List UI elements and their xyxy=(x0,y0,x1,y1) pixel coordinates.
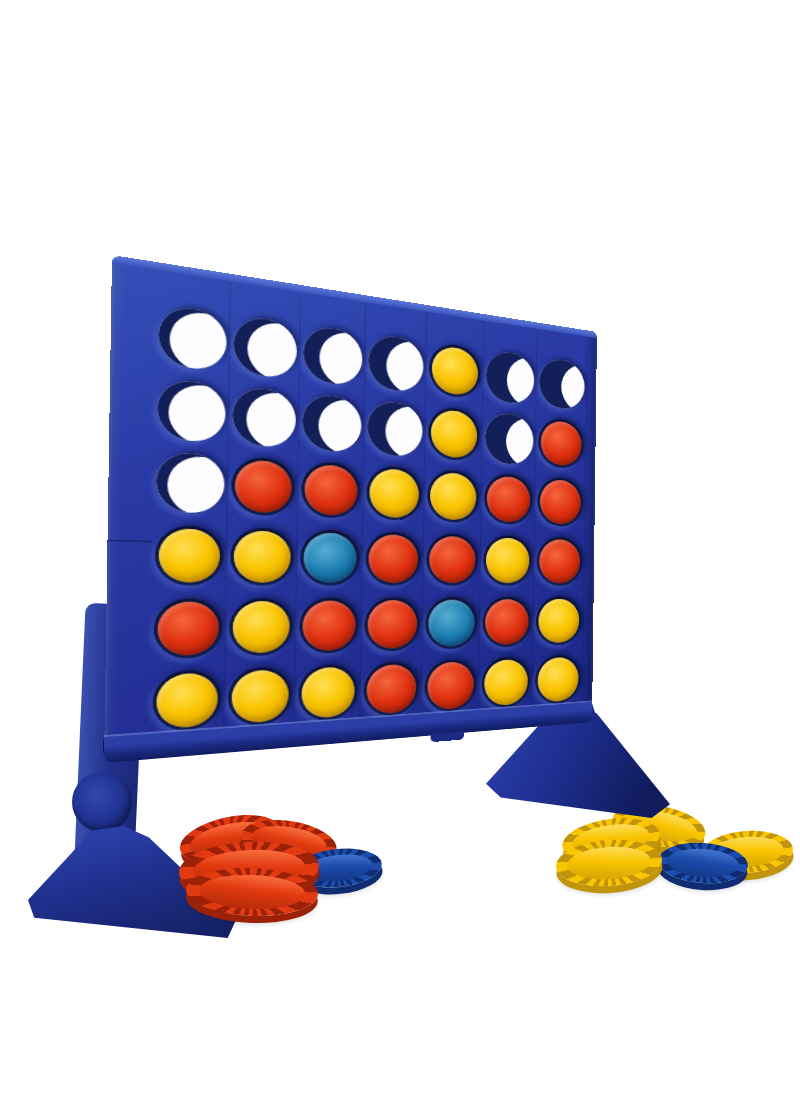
cell-r5c2 xyxy=(229,598,293,657)
red-disc xyxy=(157,601,219,656)
cell-r6c2 xyxy=(228,666,292,727)
yellow-disc xyxy=(538,598,579,643)
cell-r5c4 xyxy=(364,597,420,652)
cell-r1c5 xyxy=(429,342,481,400)
cell-r3c5 xyxy=(427,469,479,523)
yellow-disc xyxy=(234,530,291,583)
yellow-disc xyxy=(484,659,528,707)
cell-r2c5 xyxy=(428,405,480,461)
red-disc xyxy=(539,539,580,583)
cell-r5c1 xyxy=(153,598,222,659)
cell-r3c6 xyxy=(484,473,533,525)
red-disc xyxy=(541,419,582,466)
red-disc xyxy=(487,476,531,523)
bottom-rail-tab xyxy=(431,731,464,742)
cell-r5c5 xyxy=(425,597,477,650)
cell-r1c1-empty xyxy=(158,304,227,372)
yellow-disc xyxy=(431,408,478,459)
cell-r1c3-empty xyxy=(303,324,363,386)
loose-red-disc xyxy=(238,814,339,871)
cell-r4c3 xyxy=(300,529,360,585)
cell-r4c2 xyxy=(230,527,294,585)
red-disc xyxy=(366,664,416,715)
cell-r4c4 xyxy=(365,531,421,585)
red-disc xyxy=(304,464,357,517)
cell-r1c6-empty xyxy=(486,349,535,405)
cell-r2c3-empty xyxy=(302,392,362,452)
cell-r5c6 xyxy=(482,596,531,647)
cell-r5c7 xyxy=(536,596,582,645)
cell-r6c6 xyxy=(481,657,530,710)
blue-disc xyxy=(303,532,356,583)
board-grid xyxy=(148,297,587,740)
cell-r2c6-empty xyxy=(485,411,534,465)
cell-r2c2-empty xyxy=(232,385,296,448)
cell-r3c4 xyxy=(366,465,422,521)
red-disc xyxy=(427,661,474,710)
red-disc xyxy=(540,479,581,525)
yellow-disc xyxy=(231,669,289,724)
cell-r6c3 xyxy=(298,664,358,723)
cell-r6c1 xyxy=(152,669,221,732)
cell-r1c2-empty xyxy=(233,314,297,379)
red-disc xyxy=(302,600,356,651)
left-foot xyxy=(28,826,236,938)
cell-r6c5 xyxy=(424,659,476,714)
red-disc xyxy=(367,600,417,649)
loose-blue-disc xyxy=(657,840,750,886)
cell-r2c1-empty xyxy=(157,378,226,443)
cell-r1c7-empty xyxy=(539,357,585,411)
yellow-disc xyxy=(232,600,289,653)
cell-r2c4-empty xyxy=(367,399,423,457)
cell-r3c7 xyxy=(537,476,583,527)
red-disc xyxy=(235,459,292,514)
cell-r3c3 xyxy=(301,461,361,519)
loose-yellow-disc xyxy=(700,828,795,876)
cell-r4c5 xyxy=(426,533,478,585)
yellow-disc xyxy=(486,537,530,583)
cell-r3c1-empty xyxy=(156,451,225,514)
cell-r5c3 xyxy=(299,597,359,653)
cell-r6c7 xyxy=(535,654,581,705)
red-disc xyxy=(368,534,418,583)
blue-disc xyxy=(428,599,475,647)
red-disc xyxy=(485,599,529,645)
yellow-disc xyxy=(369,468,419,519)
loose-red-disc xyxy=(176,807,285,871)
yellow-disc xyxy=(156,672,218,729)
connect-four-board xyxy=(104,255,597,763)
loose-yellow-disc xyxy=(560,812,663,867)
cell-r3c2 xyxy=(231,456,295,516)
cell-r1c4-empty xyxy=(368,333,424,393)
loose-yellow-disc xyxy=(555,836,664,889)
cell-r6c4 xyxy=(363,661,419,718)
yellow-disc xyxy=(301,667,355,720)
cell-r4c7 xyxy=(536,536,582,585)
product-photo-scene xyxy=(0,0,800,1096)
cell-r4c6 xyxy=(483,535,532,586)
loose-blue-disc xyxy=(292,845,383,892)
yellow-disc xyxy=(432,344,479,396)
cell-r2c7 xyxy=(538,417,584,469)
yellow-disc xyxy=(537,657,578,703)
left-leg-hinge xyxy=(72,772,132,832)
yellow-disc xyxy=(158,528,220,583)
cell-r4c1 xyxy=(155,525,224,585)
frame-seam xyxy=(107,539,151,542)
yellow-disc xyxy=(430,472,477,521)
red-disc xyxy=(429,536,476,583)
